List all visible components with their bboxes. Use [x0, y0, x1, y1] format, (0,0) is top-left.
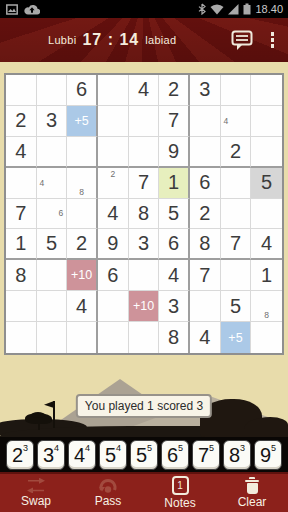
pass-arrow-icon: [98, 478, 118, 493]
cell-r6c9[interactable]: 4: [251, 229, 282, 260]
match-header: Lubbi 17 : 14 labiad: [0, 18, 288, 62]
cloud-upload-icon: [24, 4, 40, 15]
tile-5-x5[interactable]: 55: [130, 440, 158, 470]
cell-r1c3[interactable]: 6: [67, 75, 98, 106]
cell-r3c8[interactable]: 2: [221, 137, 252, 168]
status-bar: 18.40: [0, 0, 288, 18]
cell-r3c5[interactable]: [129, 137, 160, 168]
cell-r8c3[interactable]: 4: [67, 291, 98, 322]
cell-r5c1[interactable]: 7: [6, 199, 37, 230]
cell-r4c4[interactable]: 2: [98, 168, 129, 199]
cell-r7c1[interactable]: 8: [6, 260, 37, 291]
screenshot-icon: [6, 4, 18, 15]
cell-r9c1[interactable]: [6, 322, 37, 353]
player1-name: Lubbi: [48, 34, 76, 46]
overflow-menu-icon[interactable]: [271, 32, 275, 48]
cell-r7c2[interactable]: [37, 260, 68, 291]
tile-8-x3[interactable]: 83: [223, 440, 251, 470]
clear-button[interactable]: Clear: [216, 474, 288, 512]
sudoku-board: 642323+57449248271657648521529368748+106…: [4, 73, 284, 355]
cell-r6c7[interactable]: 8: [190, 229, 221, 260]
cell-r6c8[interactable]: 7: [221, 229, 252, 260]
signal-icon: [228, 4, 239, 15]
player2-name: labiad: [145, 34, 176, 46]
notes-button[interactable]: 1 Notes: [144, 474, 216, 512]
cell-r8c1[interactable]: [6, 291, 37, 322]
cell-r3c3[interactable]: [67, 137, 98, 168]
cell-r4c7[interactable]: 6: [190, 168, 221, 199]
cell-r8c7[interactable]: [190, 291, 221, 322]
cell-r6c5[interactable]: 3: [129, 229, 160, 260]
bush-silhouette: [244, 417, 288, 437]
cell-r2c9[interactable]: [251, 106, 282, 137]
bluetooth-icon: [198, 3, 206, 15]
cell-r1c5[interactable]: 4: [129, 75, 160, 106]
swap-label: Swap: [21, 494, 51, 508]
tile-4-x4[interactable]: 44: [68, 440, 96, 470]
pass-label: Pass: [95, 494, 122, 508]
cell-r6c3[interactable]: 2: [67, 229, 98, 260]
cell-r5c5[interactable]: 8: [129, 199, 160, 230]
cell-r4c2[interactable]: 4: [37, 168, 68, 199]
cell-r3c9[interactable]: [251, 137, 282, 168]
cell-r7c3[interactable]: +10: [67, 260, 98, 291]
cell-r9c2[interactable]: [37, 322, 68, 353]
cell-r9c3[interactable]: [67, 322, 98, 353]
cell-r4c6[interactable]: 1: [159, 168, 190, 199]
cell-r9c4[interactable]: [98, 322, 129, 353]
cell-r1c7[interactable]: 3: [190, 75, 221, 106]
cell-r1c9[interactable]: [251, 75, 282, 106]
cell-r4c9[interactable]: 5: [251, 168, 282, 199]
cell-r4c8[interactable]: [221, 168, 252, 199]
tile-9-x5[interactable]: 95: [254, 440, 282, 470]
cell-r6c1[interactable]: 1: [6, 229, 37, 260]
trash-icon: [245, 477, 259, 495]
cell-r7c8[interactable]: [221, 260, 252, 291]
cell-r2c3[interactable]: +5: [67, 106, 98, 137]
cell-r9c5[interactable]: [129, 322, 160, 353]
move-result-toast: You played 1 scored 3: [76, 394, 212, 418]
match-score: 17 : 14: [82, 31, 139, 49]
swap-button[interactable]: Swap: [0, 474, 72, 512]
cell-r7c5[interactable]: [129, 260, 160, 291]
cell-r3c4[interactable]: [98, 137, 129, 168]
tree-trunk: [38, 422, 40, 430]
clear-label: Clear: [238, 495, 267, 509]
cell-r3c7[interactable]: [190, 137, 221, 168]
cell-r2c1[interactable]: 2: [6, 106, 37, 137]
cell-r8c6[interactable]: 3: [159, 291, 190, 322]
tile-3-x4[interactable]: 34: [37, 440, 65, 470]
cell-r7c9[interactable]: 1: [251, 260, 282, 291]
digit-tile-rack: 233444545565758395: [0, 437, 288, 472]
wifi-icon: [210, 4, 224, 15]
cell-r4c1[interactable]: [6, 168, 37, 199]
cell-r2c8[interactable]: 4: [221, 106, 252, 137]
cell-r5c2[interactable]: 6: [37, 199, 68, 230]
cell-r8c4[interactable]: [98, 291, 129, 322]
cell-r8c2[interactable]: [37, 291, 68, 322]
cell-r5c8[interactable]: [221, 199, 252, 230]
cell-r9c7[interactable]: 4: [190, 322, 221, 353]
cell-r9c8[interactable]: +5: [221, 322, 252, 353]
tree-icon: [31, 412, 45, 418]
cell-r6c2[interactable]: 5: [37, 229, 68, 260]
tile-5-x4[interactable]: 54: [99, 440, 127, 470]
cell-r4c3[interactable]: 8: [67, 168, 98, 199]
cell-r7c6[interactable]: 4: [159, 260, 190, 291]
cell-r2c7[interactable]: [190, 106, 221, 137]
cell-r9c6[interactable]: 8: [159, 322, 190, 353]
swap-arrows-icon: [25, 478, 47, 493]
cell-r1c4[interactable]: [98, 75, 129, 106]
play-area: 642323+57449248271657648521529368748+106…: [0, 62, 288, 437]
cell-r1c8[interactable]: [221, 75, 252, 106]
cell-r8c8[interactable]: 5: [221, 291, 252, 322]
cell-r3c6[interactable]: 9: [159, 137, 190, 168]
cell-r2c4[interactable]: [98, 106, 129, 137]
battery-icon: [243, 3, 251, 15]
cell-r9c9[interactable]: [251, 322, 282, 353]
chat-icon[interactable]: [231, 30, 253, 51]
score-group: Lubbi 17 : 14 labiad: [0, 31, 231, 49]
cell-r5c9[interactable]: [251, 199, 282, 230]
tile-2-x3[interactable]: 23: [6, 440, 34, 470]
cell-r2c5[interactable]: [129, 106, 160, 137]
cell-r8c9[interactable]: 8: [251, 291, 282, 322]
notes-label: Notes: [164, 496, 195, 510]
sudoku-app-screen: 18.40 Lubbi 17 : 14 labiad 642323+574492…: [0, 0, 288, 512]
cell-r3c1[interactable]: 4: [6, 137, 37, 168]
cell-r7c7[interactable]: 7: [190, 260, 221, 291]
cell-r1c2[interactable]: [37, 75, 68, 106]
cell-r6c4[interactable]: 9: [98, 229, 129, 260]
tile-6-x5[interactable]: 65: [161, 440, 189, 470]
cell-r5c3[interactable]: [67, 199, 98, 230]
tile-7-x5[interactable]: 75: [192, 440, 220, 470]
clock-text: 18.40: [255, 0, 283, 18]
cell-r7c4[interactable]: 6: [98, 260, 129, 291]
cell-r1c1[interactable]: [6, 75, 37, 106]
notes-icon: 1: [172, 476, 189, 495]
cell-r5c7[interactable]: 2: [190, 199, 221, 230]
pass-button[interactable]: Pass: [72, 474, 144, 512]
cell-r2c2[interactable]: 3: [37, 106, 68, 137]
flag-icon: [44, 401, 54, 408]
cell-r1c6[interactable]: 2: [159, 75, 190, 106]
cell-r5c4[interactable]: 4: [98, 199, 129, 230]
cell-r6c6[interactable]: 6: [159, 229, 190, 260]
cell-r5c6[interactable]: 5: [159, 199, 190, 230]
cell-r2c6[interactable]: 7: [159, 106, 190, 137]
cell-r4c5[interactable]: 7: [129, 168, 160, 199]
cell-r3c2[interactable]: [37, 137, 68, 168]
action-bar: Swap Pass 1 Notes Clear: [0, 472, 288, 512]
cell-r8c5[interactable]: +10: [129, 291, 160, 322]
